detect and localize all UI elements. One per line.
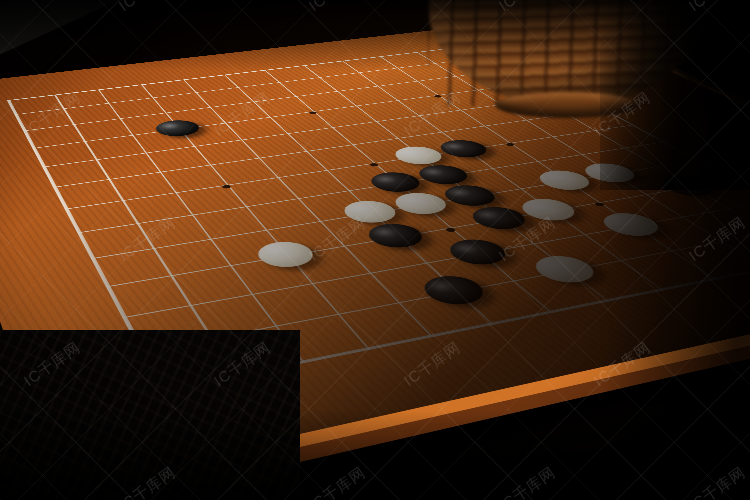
background-shape [0,0,130,60]
black-stone [441,236,516,268]
star-point [504,143,515,147]
star-point [593,202,605,207]
dark-wicker-foreground [0,330,300,500]
white-stone [251,238,322,270]
star-point [308,111,317,114]
star-point [221,184,232,188]
go-photo-scene: IC千库网IC千库网IC千库网IC千库网IC千库网IC千库网IC千库网IC千库网… [0,0,750,500]
star-point [368,163,379,167]
black-stone [360,221,431,251]
white-stone [594,210,669,239]
star-point [444,227,456,232]
black-stone [415,272,494,308]
basket-shadow [600,0,750,190]
black-stone [151,118,205,138]
black-stone [411,163,476,187]
white-stone [525,253,604,287]
